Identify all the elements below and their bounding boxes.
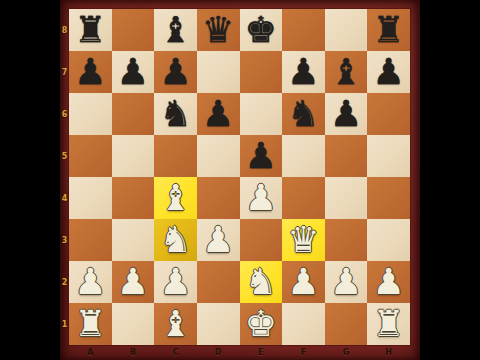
- white-knight-e2: ♞: [240, 261, 283, 303]
- rank-label-3: 3: [60, 219, 69, 261]
- square-e3: [240, 219, 283, 261]
- white-knight-c3: ♞: [154, 219, 197, 261]
- square-e8: ♚: [240, 9, 283, 51]
- white-pawn-b2: ♟: [112, 261, 155, 303]
- white-rook-h1: ♜: [367, 303, 410, 345]
- square-f2: ♟: [282, 261, 325, 303]
- rank-labels: 87654321: [60, 9, 69, 345]
- black-bishop-g7: ♝: [325, 51, 368, 93]
- square-g4: [325, 177, 368, 219]
- square-h1: ♜: [367, 303, 410, 345]
- square-e1: ♚: [240, 303, 283, 345]
- square-h6: [367, 93, 410, 135]
- square-g7: ♝: [325, 51, 368, 93]
- black-pawn-c7: ♟: [154, 51, 197, 93]
- square-b3: [112, 219, 155, 261]
- white-pawn-a2: ♟: [69, 261, 112, 303]
- black-bishop-c8: ♝: [154, 9, 197, 51]
- black-pawn-d6: ♟: [197, 93, 240, 135]
- square-g8: [325, 9, 368, 51]
- file-labels: ABCDEFGH: [69, 345, 410, 360]
- square-d7: [197, 51, 240, 93]
- square-a8: ♜: [69, 9, 112, 51]
- square-h7: ♟: [367, 51, 410, 93]
- square-e2: ♞: [240, 261, 283, 303]
- square-d2: [197, 261, 240, 303]
- square-e5: ♟: [240, 135, 283, 177]
- square-h3: [367, 219, 410, 261]
- square-f1: [282, 303, 325, 345]
- square-d5: [197, 135, 240, 177]
- black-pawn-b7: ♟: [112, 51, 155, 93]
- square-e4: ♟: [240, 177, 283, 219]
- file-label-b: B: [112, 345, 155, 360]
- rank-label-8: 8: [60, 9, 69, 51]
- rank-label-5: 5: [60, 135, 69, 177]
- square-e7: [240, 51, 283, 93]
- square-f8: [282, 9, 325, 51]
- square-a1: ♜: [69, 303, 112, 345]
- square-h5: [367, 135, 410, 177]
- square-g5: [325, 135, 368, 177]
- square-d6: ♟: [197, 93, 240, 135]
- white-bishop-c4: ♝: [154, 177, 197, 219]
- square-b4: [112, 177, 155, 219]
- file-label-a: A: [69, 345, 112, 360]
- rank-label-1: 1: [60, 303, 69, 345]
- square-b8: [112, 9, 155, 51]
- square-a2: ♟: [69, 261, 112, 303]
- file-label-h: H: [367, 345, 410, 360]
- white-pawn-c2: ♟: [154, 261, 197, 303]
- file-label-c: C: [154, 345, 197, 360]
- rank-label-7: 7: [60, 51, 69, 93]
- square-c4: ♝: [154, 177, 197, 219]
- white-pawn-g2: ♟: [325, 261, 368, 303]
- square-b7: ♟: [112, 51, 155, 93]
- square-a3: [69, 219, 112, 261]
- square-f7: ♟: [282, 51, 325, 93]
- square-e6: [240, 93, 283, 135]
- file-label-d: D: [197, 345, 240, 360]
- black-rook-a8: ♜: [69, 9, 112, 51]
- letterbox-left: [0, 0, 60, 360]
- rank-label-2: 2: [60, 261, 69, 303]
- file-label-g: G: [325, 345, 368, 360]
- square-f5: [282, 135, 325, 177]
- square-b5: [112, 135, 155, 177]
- square-g2: ♟: [325, 261, 368, 303]
- chess-board: ♜♝♛♚♜♟♟♟♟♝♟♞♟♞♟♟♝♟♞♟♛♟♟♟♞♟♟♟♜♝♚♜: [69, 9, 410, 345]
- square-g1: [325, 303, 368, 345]
- black-pawn-a7: ♟: [69, 51, 112, 93]
- black-queen-d8: ♛: [197, 9, 240, 51]
- square-f3: ♛: [282, 219, 325, 261]
- square-c3: ♞: [154, 219, 197, 261]
- white-rook-a1: ♜: [69, 303, 112, 345]
- white-pawn-e4: ♟: [240, 177, 283, 219]
- rank-label-6: 6: [60, 93, 69, 135]
- white-queen-f3: ♛: [282, 219, 325, 261]
- white-pawn-f2: ♟: [282, 261, 325, 303]
- square-h4: [367, 177, 410, 219]
- square-c6: ♞: [154, 93, 197, 135]
- square-a5: [69, 135, 112, 177]
- black-rook-h8: ♜: [367, 9, 410, 51]
- square-h2: ♟: [367, 261, 410, 303]
- square-a7: ♟: [69, 51, 112, 93]
- black-pawn-g6: ♟: [325, 93, 368, 135]
- black-king-e8: ♚: [240, 9, 283, 51]
- square-c5: [154, 135, 197, 177]
- white-pawn-d3: ♟: [197, 219, 240, 261]
- square-h8: ♜: [367, 9, 410, 51]
- square-f4: [282, 177, 325, 219]
- chess-video-area: 87654321 ♜♝♛♚♜♟♟♟♟♝♟♞♟♞♟♟♝♟♞♟♛♟♟♟♞♟♟♟♜♝♚…: [60, 0, 420, 360]
- black-knight-c6: ♞: [154, 93, 197, 135]
- black-knight-f6: ♞: [282, 93, 325, 135]
- square-a6: [69, 93, 112, 135]
- square-f6: ♞: [282, 93, 325, 135]
- square-a4: [69, 177, 112, 219]
- square-g6: ♟: [325, 93, 368, 135]
- white-bishop-c1: ♝: [154, 303, 197, 345]
- square-c1: ♝: [154, 303, 197, 345]
- square-d8: ♛: [197, 9, 240, 51]
- square-c8: ♝: [154, 9, 197, 51]
- square-b1: [112, 303, 155, 345]
- square-d1: [197, 303, 240, 345]
- square-c2: ♟: [154, 261, 197, 303]
- letterbox-right: [420, 0, 480, 360]
- white-pawn-h2: ♟: [367, 261, 410, 303]
- black-pawn-e5: ♟: [240, 135, 283, 177]
- square-b6: [112, 93, 155, 135]
- white-king-e1: ♚: [240, 303, 283, 345]
- square-d3: ♟: [197, 219, 240, 261]
- square-g3: [325, 219, 368, 261]
- black-pawn-f7: ♟: [282, 51, 325, 93]
- square-b2: ♟: [112, 261, 155, 303]
- rank-label-4: 4: [60, 177, 69, 219]
- file-label-e: E: [240, 345, 283, 360]
- file-label-f: F: [282, 345, 325, 360]
- black-pawn-h7: ♟: [367, 51, 410, 93]
- square-c7: ♟: [154, 51, 197, 93]
- square-d4: [197, 177, 240, 219]
- video-frame: 87654321 ♜♝♛♚♜♟♟♟♟♝♟♞♟♞♟♟♝♟♞♟♛♟♟♟♞♟♟♟♜♝♚…: [0, 0, 480, 360]
